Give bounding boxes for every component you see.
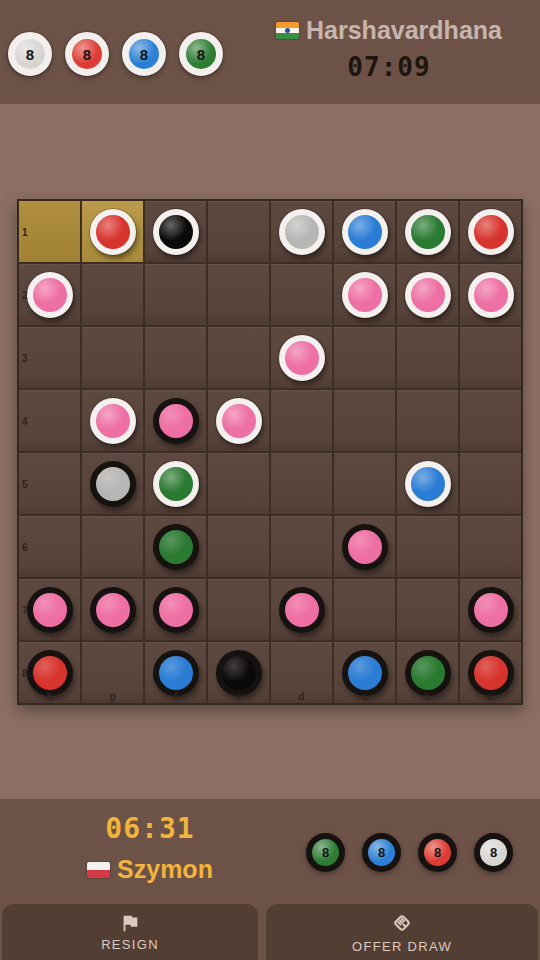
square-c2[interactable] — [334, 264, 395, 325]
square-b7[interactable] — [397, 579, 458, 640]
handshake-icon — [389, 910, 415, 936]
rank-label-4: 4 — [22, 415, 28, 426]
square-f4[interactable] — [145, 390, 206, 451]
tray-chip-white: 8 — [8, 32, 52, 76]
square-c5[interactable] — [334, 453, 395, 514]
square-e5[interactable] — [208, 453, 269, 514]
square-h1[interactable]: 1 — [19, 201, 80, 262]
square-g1[interactable] — [82, 201, 143, 262]
square-h4[interactable]: 4 — [19, 390, 80, 451]
square-a7[interactable] — [460, 579, 521, 640]
square-c4[interactable] — [334, 390, 395, 451]
top-player-name: Harshavardhana — [306, 16, 502, 45]
square-d2[interactable] — [271, 264, 332, 325]
square-h5[interactable]: 5 — [19, 453, 80, 514]
piece-white-queen-d1[interactable] — [279, 209, 325, 255]
top-player-info: Harshavardhana 07:09 — [250, 16, 528, 82]
square-b3[interactable] — [397, 327, 458, 388]
square-a4[interactable] — [460, 390, 521, 451]
piece-black-pawn-a7[interactable] — [468, 587, 514, 633]
square-a5[interactable] — [460, 453, 521, 514]
tray-chip-count: 8 — [490, 845, 497, 860]
board: 12345678hgfedcba — [17, 199, 523, 705]
offer-draw-label: OFFER DRAW — [352, 939, 452, 954]
file-label-c: c — [362, 691, 368, 702]
resign-label: RESIGN — [101, 937, 159, 952]
square-g3[interactable] — [82, 327, 143, 388]
square-f6[interactable] — [145, 516, 206, 577]
square-f8[interactable]: f — [145, 642, 206, 703]
piece-black-pawn-h7[interactable] — [27, 587, 73, 633]
piece-black-king-e8[interactable] — [216, 650, 262, 696]
square-g8[interactable]: g — [82, 642, 143, 703]
piece-white-pawn-a2[interactable] — [468, 272, 514, 318]
piece-black-pawn-f7[interactable] — [153, 587, 199, 633]
square-g6[interactable] — [82, 516, 143, 577]
square-e6[interactable] — [208, 516, 269, 577]
piece-white-king-f1[interactable] — [153, 209, 199, 255]
square-d4[interactable] — [271, 390, 332, 451]
bottom-player-info: 06:31 Szymon — [40, 812, 260, 884]
tray-chip-count: 8 — [140, 46, 148, 63]
piece-white-pawn-g4[interactable] — [90, 398, 136, 444]
poland-flag-icon — [87, 862, 110, 878]
square-d1[interactable] — [271, 201, 332, 262]
square-g5[interactable] — [82, 453, 143, 514]
resign-button[interactable]: RESIGN — [2, 904, 258, 960]
tray-chip-white: 8 — [474, 833, 513, 872]
piece-white-pawn-b2[interactable] — [405, 272, 451, 318]
tray-chip-count: 8 — [322, 845, 329, 860]
rank-label-7: 7 — [22, 604, 28, 615]
game-screen: 8888 Harshavardhana 07:09 12345678hgfedc… — [0, 0, 540, 960]
tray-chip-green: 8 — [306, 833, 345, 872]
black-piece-tray: 8888 — [306, 833, 513, 872]
piece-black-bishop-f8[interactable] — [153, 650, 199, 696]
square-b8[interactable]: b — [397, 642, 458, 703]
piece-black-pawn-f4[interactable] — [153, 398, 199, 444]
piece-white-rook-g1[interactable] — [90, 209, 136, 255]
square-d5[interactable] — [271, 453, 332, 514]
rank-label-5: 5 — [22, 478, 28, 489]
rank-label-2: 2 — [22, 289, 28, 300]
piece-black-pawn-d7[interactable] — [279, 587, 325, 633]
square-a8[interactable]: a — [460, 642, 521, 703]
square-h2[interactable]: 2 — [19, 264, 80, 325]
square-e4[interactable] — [208, 390, 269, 451]
square-b2[interactable] — [397, 264, 458, 325]
square-h7[interactable]: 7 — [19, 579, 80, 640]
square-d3[interactable] — [271, 327, 332, 388]
tray-chip-green: 8 — [179, 32, 223, 76]
square-f5[interactable] — [145, 453, 206, 514]
file-label-b: b — [424, 691, 430, 702]
piece-white-bishop-b5[interactable] — [405, 461, 451, 507]
piece-white-bishop-c1[interactable] — [342, 209, 388, 255]
square-a3[interactable] — [460, 327, 521, 388]
square-f1[interactable] — [145, 201, 206, 262]
square-c7[interactable] — [334, 579, 395, 640]
resign-flag-icon — [119, 912, 141, 934]
top-player-panel: 8888 Harshavardhana 07:09 — [0, 0, 540, 104]
rank-label-3: 3 — [22, 352, 28, 363]
square-d8[interactable]: d — [271, 642, 332, 703]
piece-white-pawn-h2[interactable] — [27, 272, 73, 318]
tray-chip-count: 8 — [197, 46, 205, 63]
square-b4[interactable] — [397, 390, 458, 451]
square-c6[interactable] — [334, 516, 395, 577]
file-label-d: d — [298, 691, 304, 702]
tray-chip-red: 8 — [418, 833, 457, 872]
square-c1[interactable] — [334, 201, 395, 262]
square-b5[interactable] — [397, 453, 458, 514]
rank-label-1: 1 — [22, 226, 28, 237]
piece-black-knight-b8[interactable] — [405, 650, 451, 696]
square-f7[interactable] — [145, 579, 206, 640]
square-a1[interactable] — [460, 201, 521, 262]
offer-draw-button[interactable]: OFFER DRAW — [266, 904, 538, 960]
tray-chip-count: 8 — [378, 845, 385, 860]
square-b1[interactable] — [397, 201, 458, 262]
square-c3[interactable] — [334, 327, 395, 388]
bottom-player-name: Szymon — [117, 855, 213, 884]
tray-chip-red: 8 — [65, 32, 109, 76]
square-d7[interactable] — [271, 579, 332, 640]
square-b6[interactable] — [397, 516, 458, 577]
square-e2[interactable] — [208, 264, 269, 325]
piece-white-knight-b1[interactable] — [405, 209, 451, 255]
rank-label-6: 6 — [22, 541, 28, 552]
square-a2[interactable] — [460, 264, 521, 325]
piece-black-rook-h8[interactable] — [27, 650, 73, 696]
piece-white-pawn-c2[interactable] — [342, 272, 388, 318]
piece-black-rook-a8[interactable] — [468, 650, 514, 696]
square-c8[interactable]: c — [334, 642, 395, 703]
piece-white-rook-a1[interactable] — [468, 209, 514, 255]
square-f3[interactable] — [145, 327, 206, 388]
tray-chip-count: 8 — [26, 46, 34, 63]
piece-white-knight-f5[interactable] — [153, 461, 199, 507]
square-a6[interactable] — [460, 516, 521, 577]
file-label-e: e — [236, 691, 242, 702]
file-label-a: a — [488, 691, 494, 702]
square-e3[interactable] — [208, 327, 269, 388]
tray-chip-blue: 8 — [122, 32, 166, 76]
square-g4[interactable] — [82, 390, 143, 451]
square-e8[interactable]: e — [208, 642, 269, 703]
square-e7[interactable] — [208, 579, 269, 640]
piece-white-pawn-d3[interactable] — [279, 335, 325, 381]
square-h3[interactable]: 3 — [19, 327, 80, 388]
piece-black-bishop-c8[interactable] — [342, 650, 388, 696]
square-g2[interactable] — [82, 264, 143, 325]
india-flag-icon — [276, 22, 299, 39]
tray-chip-blue: 8 — [362, 833, 401, 872]
rank-label-8: 8 — [22, 667, 28, 678]
tray-chip-count: 8 — [83, 46, 91, 63]
top-player-clock: 07:09 — [250, 52, 528, 82]
piece-black-queen-g5[interactable] — [90, 461, 136, 507]
piece-black-pawn-g7[interactable] — [90, 587, 136, 633]
square-h6[interactable]: 6 — [19, 516, 80, 577]
white-piece-tray: 8888 — [8, 32, 223, 76]
file-label-f: f — [174, 691, 177, 702]
square-h8[interactable]: 8h — [19, 642, 80, 703]
square-g7[interactable] — [82, 579, 143, 640]
tray-chip-count: 8 — [434, 845, 441, 860]
file-label-h: h — [46, 691, 52, 702]
square-d6[interactable] — [271, 516, 332, 577]
file-label-g: g — [109, 691, 115, 702]
piece-black-knight-f6[interactable] — [153, 524, 199, 570]
piece-white-pawn-e4[interactable] — [216, 398, 262, 444]
square-e1[interactable] — [208, 201, 269, 262]
action-bar: RESIGN OFFER DRAW — [0, 904, 540, 960]
bottom-player-clock: 06:31 — [40, 812, 260, 845]
piece-black-pawn-c6[interactable] — [342, 524, 388, 570]
square-f2[interactable] — [145, 264, 206, 325]
